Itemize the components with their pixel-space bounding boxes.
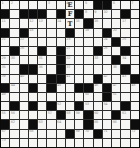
grid-cell[interactable]: 18 (29, 29, 37, 37)
grid-cell[interactable] (10, 19, 18, 27)
grid-cell[interactable] (20, 139, 28, 147)
grid-cell[interactable] (112, 47, 120, 55)
grid-cell[interactable] (38, 111, 46, 119)
grid-cell[interactable]: 33 (94, 56, 102, 64)
clue-number: 62 (11, 120, 15, 124)
black-cell (121, 47, 129, 55)
clue-number: 46 (94, 84, 98, 88)
clue-number: 15 (76, 19, 80, 23)
clue-number: 45 (57, 84, 61, 88)
grid-cell[interactable] (47, 120, 55, 128)
grid-cell[interactable] (10, 93, 18, 101)
black-cell (20, 29, 28, 37)
grid-cell[interactable]: 47 (112, 84, 120, 92)
grid-cell[interactable]: 5 (84, 1, 92, 9)
grid-cell[interactable] (38, 130, 46, 138)
grid-cell[interactable]: 32 (66, 56, 74, 64)
grid-cell[interactable]: 9 (94, 10, 102, 18)
grid-cell[interactable] (131, 56, 139, 64)
clue-number: 26 (20, 47, 24, 51)
grid-cell[interactable]: 24 (103, 38, 111, 46)
grid-cell[interactable] (121, 93, 129, 101)
grid-cell[interactable]: 46 (94, 84, 102, 92)
grid-cell[interactable]: 38 (112, 65, 120, 73)
black-cell (29, 84, 37, 92)
grid-cell[interactable] (57, 38, 65, 46)
grid-cell[interactable]: 22 (20, 38, 28, 46)
clue-number: 52 (57, 102, 61, 106)
grid-cell[interactable] (57, 139, 65, 147)
grid-cell[interactable]: 11 (1, 19, 9, 27)
grid-cell[interactable] (66, 120, 74, 128)
grid-cell[interactable]: 61 (121, 111, 129, 119)
black-cell (66, 29, 74, 37)
grid-cell[interactable]: 26 (20, 47, 28, 55)
black-cell (121, 65, 129, 73)
grid-cell[interactable]: 66 (112, 120, 120, 128)
grid-cell[interactable] (131, 102, 139, 110)
grid-cell[interactable] (112, 10, 120, 18)
crossword-page: 1234E567F891011121314T151617181920212223… (0, 0, 140, 148)
grid-cell[interactable] (20, 1, 28, 9)
grid-cell[interactable]: 69 (75, 130, 83, 138)
grid-cell[interactable]: 35 (1, 65, 9, 73)
grid-cell[interactable]: 65 (94, 120, 102, 128)
grid-cell[interactable]: 30 (10, 56, 18, 64)
clue-number: 24 (103, 38, 107, 42)
clue-number: 10 (103, 10, 107, 14)
black-cell (57, 75, 65, 83)
grid-cell[interactable]: 20 (112, 29, 120, 37)
prefilled-letter: F (66, 11, 74, 18)
black-cell (57, 56, 65, 64)
grid-cell[interactable] (121, 120, 129, 128)
clue-number: 41 (66, 75, 70, 79)
black-cell (75, 10, 83, 18)
black-cell (84, 84, 92, 92)
grid-cell[interactable] (38, 75, 46, 83)
grid-cell[interactable] (20, 84, 28, 92)
grid-cell[interactable] (112, 139, 120, 147)
black-cell (84, 19, 92, 27)
grid-cell[interactable] (29, 111, 37, 119)
grid-cell[interactable] (47, 130, 55, 138)
grid-cell[interactable] (94, 29, 102, 37)
grid-cell[interactable] (131, 93, 139, 101)
grid-cell[interactable]: 44 (10, 84, 18, 92)
black-cell (38, 10, 46, 18)
grid-cell[interactable]: 3 (47, 1, 55, 9)
clue-number: 32 (66, 56, 70, 60)
black-cell (112, 111, 120, 119)
grid-cell[interactable] (20, 111, 28, 119)
grid-cell[interactable] (94, 139, 102, 147)
grid-cell[interactable]: 10 (103, 10, 111, 18)
grid-cell[interactable] (103, 120, 111, 128)
grid-cell[interactable]: 48 (131, 84, 139, 92)
grid-cell[interactable] (38, 29, 46, 37)
clue-number: 59 (76, 111, 80, 115)
grid-cell[interactable]: 50 (84, 93, 92, 101)
prefilled-letter: T (66, 21, 74, 28)
grid-cell[interactable] (75, 93, 83, 101)
grid-cell[interactable] (47, 19, 55, 27)
clue-number: 54 (103, 102, 107, 106)
grid-cell[interactable] (10, 65, 18, 73)
grid-cell[interactable] (75, 47, 83, 55)
black-cell (1, 29, 9, 37)
clue-number: 36 (39, 65, 43, 69)
grid-cell[interactable]: 37 (66, 65, 74, 73)
prefilled-letter: E (66, 2, 74, 9)
black-cell (20, 65, 28, 73)
grid-cell[interactable] (75, 120, 83, 128)
black-cell (57, 111, 65, 119)
black-cell (112, 38, 120, 46)
grid-cell[interactable] (66, 139, 74, 147)
grid-cell[interactable] (112, 102, 120, 110)
clue-number: 58 (66, 111, 70, 115)
grid-cell[interactable] (131, 38, 139, 46)
black-cell (57, 10, 65, 18)
clue-number: 51 (113, 93, 117, 97)
grid-cell[interactable] (103, 111, 111, 119)
grid-cell[interactable]: 19 (84, 29, 92, 37)
clue-number: 61 (122, 111, 126, 115)
grid-cell[interactable] (84, 139, 92, 147)
grid-cell[interactable] (131, 65, 139, 73)
grid-cell[interactable] (47, 47, 55, 55)
black-cell (38, 47, 46, 55)
grid-cell[interactable] (47, 38, 55, 46)
grid-cell[interactable] (38, 139, 46, 147)
clue-number: 39 (2, 75, 6, 79)
grid-cell[interactable] (38, 38, 46, 46)
grid-cell[interactable] (10, 38, 18, 46)
clue-number: 48 (131, 84, 135, 88)
grid-cell[interactable] (20, 56, 28, 64)
grid-cell[interactable]: 62 (10, 120, 18, 128)
grid-cell[interactable] (121, 130, 129, 138)
grid-cell[interactable] (29, 47, 37, 55)
clue-number: 1 (2, 1, 4, 5)
clue-number: 9 (94, 10, 96, 14)
crossword-grid: 1234E567F891011121314T151617181920212223… (0, 0, 140, 148)
clue-number: 35 (2, 65, 6, 69)
grid-cell[interactable]: T (66, 19, 74, 27)
grid-cell[interactable] (47, 29, 55, 37)
clue-number: 73 (2, 139, 6, 143)
grid-cell[interactable] (47, 56, 55, 64)
black-cell (57, 65, 65, 73)
clue-number: 14 (57, 19, 61, 23)
grid-cell[interactable] (29, 56, 37, 64)
grid-cell[interactable] (103, 139, 111, 147)
black-cell (131, 120, 139, 128)
clue-number: 57 (48, 111, 52, 115)
clue-number: 27 (66, 47, 70, 51)
grid-cell[interactable] (94, 65, 102, 73)
grid-cell[interactable] (103, 19, 111, 27)
black-cell (94, 1, 102, 9)
clue-number: 55 (2, 111, 6, 115)
grid-cell[interactable] (84, 56, 92, 64)
grid-cell[interactable] (57, 130, 65, 138)
grid-cell[interactable] (84, 65, 92, 73)
clue-number: 60 (94, 111, 98, 115)
grid-cell[interactable] (66, 102, 74, 110)
grid-cell[interactable]: 58 (66, 111, 74, 119)
grid-cell[interactable]: 12 (29, 19, 37, 27)
grid-cell[interactable]: F (66, 10, 74, 18)
grid-cell[interactable]: 55 (1, 111, 9, 119)
grid-cell[interactable] (57, 93, 65, 101)
grid-cell[interactable] (10, 29, 18, 37)
black-cell (112, 56, 120, 64)
black-cell (121, 102, 129, 110)
black-cell (94, 47, 102, 55)
clue-number: 21 (2, 38, 6, 42)
grid-cell[interactable]: 4E (66, 1, 74, 9)
grid-cell[interactable] (75, 139, 83, 147)
black-cell (1, 120, 9, 128)
grid-cell[interactable]: 6 (112, 1, 120, 9)
grid-cell[interactable]: 23 (66, 38, 74, 46)
grid-cell[interactable]: 49 (1, 93, 9, 101)
grid-cell[interactable] (57, 1, 65, 9)
grid-cell[interactable]: 43 (121, 75, 129, 83)
grid-cell[interactable]: 17 (121, 19, 129, 27)
black-cell (131, 75, 139, 83)
grid-cell[interactable] (10, 10, 18, 18)
grid-cell[interactable]: 15 (75, 19, 83, 27)
black-cell (47, 84, 55, 92)
black-cell (75, 102, 83, 110)
clue-number: 31 (39, 56, 43, 60)
grid-cell[interactable]: 42 (103, 75, 111, 83)
black-cell (103, 1, 111, 9)
grid-cell[interactable] (47, 10, 55, 18)
clue-number: 29 (2, 56, 6, 60)
grid-cell[interactable] (38, 93, 46, 101)
grid-cell[interactable]: 60 (94, 111, 102, 119)
grid-cell[interactable] (75, 65, 83, 73)
black-cell (10, 47, 18, 55)
clue-number: 25 (122, 38, 126, 42)
grid-cell[interactable] (94, 38, 102, 46)
grid-cell[interactable] (84, 75, 92, 83)
clue-number: 69 (76, 130, 80, 134)
grid-cell[interactable]: 36 (38, 65, 46, 73)
black-cell (84, 111, 92, 119)
grid-cell[interactable] (10, 75, 18, 83)
grid-cell[interactable]: 67 (1, 130, 9, 138)
clue-number: 8 (85, 10, 87, 14)
clue-number: 30 (11, 56, 15, 60)
clue-number: 22 (20, 38, 24, 42)
clue-number: 38 (113, 65, 117, 69)
grid-cell[interactable]: 59 (75, 111, 83, 119)
grid-cell[interactable]: 52 (57, 102, 65, 110)
grid-cell[interactable] (75, 29, 83, 37)
grid-cell[interactable]: 13 (38, 19, 46, 27)
grid-cell[interactable]: 27 (66, 47, 74, 55)
grid-cell[interactable] (1, 102, 9, 110)
grid-cell[interactable]: 8 (84, 10, 92, 18)
grid-cell[interactable] (10, 139, 18, 147)
clue-number: 47 (113, 84, 117, 88)
grid-cell[interactable] (20, 102, 28, 110)
grid-cell[interactable]: 28 (103, 47, 111, 55)
grid-cell[interactable]: 56 (10, 111, 18, 119)
grid-cell[interactable] (29, 38, 37, 46)
black-cell (20, 10, 28, 18)
grid-cell[interactable] (20, 19, 28, 27)
clue-number: 71 (103, 130, 107, 134)
grid-cell[interactable] (75, 75, 83, 83)
clue-number: 12 (29, 19, 33, 23)
clue-number: 64 (57, 120, 61, 124)
grid-cell[interactable]: 57 (47, 111, 55, 119)
clue-number: 50 (85, 93, 89, 97)
grid-cell[interactable] (112, 75, 120, 83)
clue-number: 6 (113, 1, 115, 5)
grid-cell[interactable]: 72 (131, 130, 139, 138)
grid-cell[interactable] (112, 130, 120, 138)
clue-number: 7 (131, 1, 133, 5)
clue-number: 20 (113, 29, 117, 33)
clue-number: 49 (2, 93, 6, 97)
grid-cell[interactable] (131, 47, 139, 55)
black-cell (29, 102, 37, 110)
grid-cell[interactable] (1, 47, 9, 55)
grid-cell[interactable] (131, 10, 139, 18)
grid-cell[interactable] (121, 29, 129, 37)
grid-cell[interactable]: 63 (38, 120, 46, 128)
grid-cell[interactable] (131, 111, 139, 119)
grid-cell[interactable] (38, 102, 46, 110)
grid-cell[interactable]: 16 (94, 19, 102, 27)
grid-cell[interactable]: 68 (29, 130, 37, 138)
grid-cell[interactable] (131, 19, 139, 27)
black-cell (47, 102, 55, 110)
grid-cell[interactable] (29, 139, 37, 147)
grid-cell[interactable] (112, 19, 120, 27)
black-cell (29, 120, 37, 128)
grid-cell[interactable] (66, 84, 74, 92)
grid-cell[interactable]: 64 (57, 120, 65, 128)
clue-number: 53 (85, 102, 89, 106)
grid-cell[interactable] (29, 75, 37, 83)
grid-cell[interactable] (75, 56, 83, 64)
grid-cell[interactable] (38, 84, 46, 92)
clue-number: 37 (66, 65, 70, 69)
grid-cell[interactable]: 21 (1, 38, 9, 46)
grid-cell[interactable] (121, 139, 129, 147)
grid-cell[interactable]: 14 (57, 19, 65, 27)
clue-number: 17 (122, 19, 126, 23)
grid-cell[interactable] (29, 93, 37, 101)
black-cell (1, 10, 9, 18)
grid-cell[interactable] (103, 56, 111, 64)
grid-cell[interactable]: 41 (66, 75, 74, 83)
black-cell (103, 84, 111, 92)
grid-cell[interactable] (10, 130, 18, 138)
clue-number: 56 (11, 111, 15, 115)
grid-cell[interactable] (20, 120, 28, 128)
clue-number: 68 (29, 130, 33, 134)
grid-cell[interactable]: 70 (84, 130, 92, 138)
grid-cell[interactable]: 73 (1, 139, 9, 147)
grid-cell[interactable]: 71 (103, 130, 111, 138)
black-cell (103, 29, 111, 37)
grid-cell[interactable] (131, 29, 139, 37)
black-cell (47, 75, 55, 83)
grid-cell[interactable] (84, 47, 92, 55)
clue-number: 16 (94, 19, 98, 23)
black-cell (29, 65, 37, 73)
grid-cell[interactable] (47, 65, 55, 73)
black-cell (66, 130, 74, 138)
grid-cell[interactable]: 51 (112, 93, 120, 101)
clue-number: 43 (122, 75, 126, 79)
grid-cell[interactable] (66, 93, 74, 101)
grid-cell[interactable]: 53 (84, 102, 92, 110)
black-cell (121, 10, 129, 18)
black-cell (94, 130, 102, 138)
grid-cell[interactable] (47, 93, 55, 101)
clue-number: 65 (94, 120, 98, 124)
grid-cell[interactable] (94, 93, 102, 101)
grid-cell[interactable]: 54 (103, 102, 111, 110)
grid-cell[interactable] (57, 29, 65, 37)
grid-cell[interactable] (47, 139, 55, 147)
grid-cell[interactable]: 31 (38, 56, 46, 64)
grid-cell[interactable]: 29 (1, 56, 9, 64)
grid-cell[interactable]: 25 (121, 38, 129, 46)
grid-cell[interactable] (84, 38, 92, 46)
black-cell (10, 102, 18, 110)
clue-number: 23 (66, 38, 70, 42)
grid-cell[interactable] (103, 65, 111, 73)
grid-cell[interactable] (94, 102, 102, 110)
black-cell (1, 84, 9, 92)
grid-cell[interactable] (121, 84, 129, 92)
grid-cell[interactable]: 40 (20, 75, 28, 83)
grid-cell[interactable]: 7 (131, 1, 139, 9)
clue-number: 72 (131, 130, 135, 134)
grid-cell[interactable]: 45 (57, 84, 65, 92)
clue-number: 63 (39, 120, 43, 124)
grid-cell[interactable] (131, 139, 139, 147)
grid-cell[interactable] (20, 93, 28, 101)
grid-cell[interactable]: 34 (121, 56, 129, 64)
grid-cell[interactable] (75, 1, 83, 9)
grid-cell[interactable]: 1 (1, 1, 9, 9)
grid-cell[interactable]: 39 (1, 75, 9, 83)
clue-number: 66 (113, 120, 117, 124)
grid-cell[interactable] (20, 130, 28, 138)
clue-number: 34 (122, 56, 126, 60)
grid-cell[interactable] (121, 1, 129, 9)
grid-cell[interactable] (75, 38, 83, 46)
grid-cell[interactable]: 2 (10, 1, 18, 9)
grid-cell[interactable] (38, 1, 46, 9)
clue-number: 40 (20, 75, 24, 79)
black-cell (103, 93, 111, 101)
grid-cell[interactable] (29, 1, 37, 9)
black-cell (84, 120, 92, 128)
